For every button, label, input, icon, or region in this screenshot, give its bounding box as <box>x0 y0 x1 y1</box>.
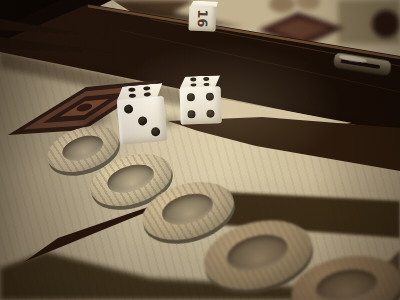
die-pip <box>143 86 150 91</box>
die-pip <box>123 105 133 115</box>
die-front-face <box>117 96 168 145</box>
die-pip <box>190 78 196 82</box>
die-pip <box>187 93 195 101</box>
die-pip <box>137 116 147 126</box>
backgammon-photo-scene: 16 <box>0 0 400 300</box>
doubling-cube[interactable]: 16 <box>188 1 216 32</box>
die-front-face <box>180 86 222 124</box>
doubling-cube-value: 16 <box>189 5 215 33</box>
die-pip <box>203 77 209 81</box>
die-pip <box>128 87 135 92</box>
die-pip <box>206 110 214 118</box>
die-pip <box>206 93 214 101</box>
die-pip <box>187 110 195 118</box>
die-pip <box>151 127 161 137</box>
left-die[interactable] <box>116 83 168 145</box>
right-die[interactable] <box>179 75 222 124</box>
